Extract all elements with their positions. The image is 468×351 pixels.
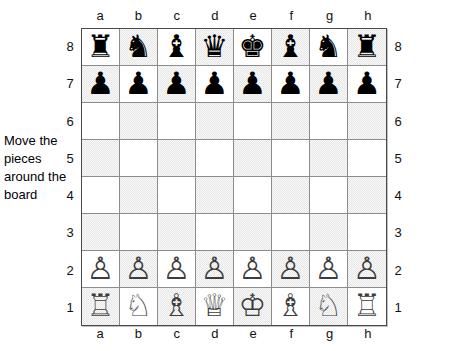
square-e6[interactable] — [234, 103, 272, 140]
piece-black-pawn[interactable]: ♟ — [239, 68, 267, 99]
square-g8[interactable]: ♞ — [310, 29, 348, 66]
square-c1[interactable]: ♗ — [158, 288, 196, 325]
square-c6[interactable] — [158, 103, 196, 140]
square-f3[interactable] — [272, 214, 310, 251]
rank-label-right-3: 3 — [390, 214, 406, 251]
square-g1[interactable]: ♘ — [310, 288, 348, 325]
piece-white-knight[interactable]: ♘ — [125, 290, 153, 321]
piece-white-pawn[interactable]: ♙ — [239, 253, 267, 284]
square-g3[interactable] — [310, 214, 348, 251]
file-label-top-b: b — [119, 8, 157, 23]
square-d5[interactable] — [196, 140, 234, 177]
piece-black-pawn[interactable]: ♟ — [277, 68, 305, 99]
square-g2[interactable]: ♙ — [310, 251, 348, 288]
square-h8[interactable]: ♜ — [348, 29, 386, 66]
piece-white-pawn[interactable]: ♙ — [201, 253, 229, 284]
square-d4[interactable] — [196, 177, 234, 214]
piece-white-bishop[interactable]: ♗ — [163, 290, 191, 321]
rank-label-left-7: 7 — [62, 65, 78, 102]
square-e8[interactable]: ♚ — [234, 29, 272, 66]
file-label-bottom-a: a — [81, 326, 119, 341]
square-c7[interactable]: ♟ — [158, 66, 196, 103]
square-c8[interactable]: ♝ — [158, 29, 196, 66]
square-d2[interactable]: ♙ — [196, 251, 234, 288]
piece-white-rook[interactable]: ♖ — [353, 290, 381, 321]
file-label-bottom-b: b — [119, 326, 157, 341]
square-d7[interactable]: ♟ — [196, 66, 234, 103]
square-c3[interactable] — [158, 214, 196, 251]
square-f8[interactable]: ♝ — [272, 29, 310, 66]
square-e3[interactable] — [234, 214, 272, 251]
rank-labels-right: 87654321 — [390, 28, 406, 326]
chess-board: ♜♞♝♛♚♝♞♜♟♟♟♟♟♟♟♟♙♙♙♙♙♙♙♙♖♘♗♕♔♗♘♖ — [81, 28, 387, 326]
square-h4[interactable] — [348, 177, 386, 214]
square-f2[interactable]: ♙ — [272, 251, 310, 288]
piece-white-rook[interactable]: ♖ — [87, 290, 115, 321]
square-d1[interactable]: ♕ — [196, 288, 234, 325]
piece-black-rook[interactable]: ♜ — [87, 31, 115, 62]
piece-black-knight[interactable]: ♞ — [315, 31, 343, 62]
piece-white-pawn[interactable]: ♙ — [315, 253, 343, 284]
piece-white-knight[interactable]: ♘ — [315, 290, 343, 321]
rank-label-left-3: 3 — [62, 214, 78, 251]
square-e2[interactable]: ♙ — [234, 251, 272, 288]
rank-label-right-2: 2 — [390, 252, 406, 289]
square-g4[interactable] — [310, 177, 348, 214]
rank-label-left-2: 2 — [62, 252, 78, 289]
file-label-bottom-h: h — [349, 326, 387, 341]
piece-black-knight[interactable]: ♞ — [125, 31, 153, 62]
rank-label-right-5: 5 — [390, 140, 406, 177]
square-g5[interactable] — [310, 140, 348, 177]
piece-white-pawn[interactable]: ♙ — [353, 253, 381, 284]
rank-label-left-8: 8 — [62, 28, 78, 65]
piece-white-pawn[interactable]: ♙ — [277, 253, 305, 284]
piece-black-pawn[interactable]: ♟ — [87, 68, 115, 99]
square-f1[interactable]: ♗ — [272, 288, 310, 325]
file-label-top-d: d — [196, 8, 234, 23]
square-h3[interactable] — [348, 214, 386, 251]
file-label-top-a: a — [81, 8, 119, 23]
square-h5[interactable] — [348, 140, 386, 177]
square-c5[interactable] — [158, 140, 196, 177]
file-label-bottom-g: g — [311, 326, 349, 341]
square-a4[interactable] — [82, 177, 120, 214]
rank-label-right-6: 6 — [390, 103, 406, 140]
piece-black-bishop[interactable]: ♝ — [277, 31, 305, 62]
rank-label-left-5: 5 — [62, 140, 78, 177]
piece-white-queen[interactable]: ♕ — [201, 290, 229, 321]
piece-black-pawn[interactable]: ♟ — [163, 68, 191, 99]
square-d3[interactable] — [196, 214, 234, 251]
file-labels-bottom: abcdefgh — [81, 326, 387, 341]
square-b6[interactable] — [120, 103, 158, 140]
rank-label-left-4: 4 — [62, 177, 78, 214]
square-c4[interactable] — [158, 177, 196, 214]
square-e1[interactable]: ♔ — [234, 288, 272, 325]
piece-white-king[interactable]: ♔ — [239, 290, 267, 321]
square-b8[interactable]: ♞ — [120, 29, 158, 66]
square-d6[interactable] — [196, 103, 234, 140]
square-f6[interactable] — [272, 103, 310, 140]
square-h2[interactable]: ♙ — [348, 251, 386, 288]
file-label-top-c: c — [158, 8, 196, 23]
square-a6[interactable] — [82, 103, 120, 140]
square-a7[interactable]: ♟ — [82, 66, 120, 103]
square-a1[interactable]: ♖ — [82, 288, 120, 325]
piece-white-pawn[interactable]: ♙ — [87, 253, 115, 284]
piece-white-bishop[interactable]: ♗ — [277, 290, 305, 321]
square-g7[interactable]: ♟ — [310, 66, 348, 103]
piece-black-rook[interactable]: ♜ — [353, 31, 381, 62]
rank-label-right-7: 7 — [390, 65, 406, 102]
rank-label-left-1: 1 — [62, 289, 78, 326]
square-e5[interactable] — [234, 140, 272, 177]
square-b3[interactable] — [120, 214, 158, 251]
file-label-top-g: g — [311, 8, 349, 23]
square-b7[interactable]: ♟ — [120, 66, 158, 103]
square-e4[interactable] — [234, 177, 272, 214]
rank-label-right-8: 8 — [390, 28, 406, 65]
rank-label-left-6: 6 — [62, 103, 78, 140]
file-label-bottom-d: d — [196, 326, 234, 341]
square-h6[interactable] — [348, 103, 386, 140]
file-label-bottom-c: c — [158, 326, 196, 341]
file-label-bottom-f: f — [272, 326, 310, 341]
piece-black-queen[interactable]: ♛ — [201, 31, 229, 62]
piece-white-pawn[interactable]: ♙ — [125, 253, 153, 284]
piece-black-pawn[interactable]: ♟ — [201, 68, 229, 99]
square-f4[interactable] — [272, 177, 310, 214]
file-label-top-e: e — [234, 8, 272, 23]
piece-black-bishop[interactable]: ♝ — [163, 31, 191, 62]
square-b2[interactable]: ♙ — [120, 251, 158, 288]
square-h7[interactable]: ♟ — [348, 66, 386, 103]
square-a5[interactable] — [82, 140, 120, 177]
square-c2[interactable]: ♙ — [158, 251, 196, 288]
square-f7[interactable]: ♟ — [272, 66, 310, 103]
square-a8[interactable]: ♜ — [82, 29, 120, 66]
file-label-bottom-e: e — [234, 326, 272, 341]
file-labels-top: abcdefgh — [81, 8, 387, 23]
file-label-top-f: f — [272, 8, 310, 23]
square-a3[interactable] — [82, 214, 120, 251]
square-d8[interactable]: ♛ — [196, 29, 234, 66]
rank-label-right-4: 4 — [390, 177, 406, 214]
square-h1[interactable]: ♖ — [348, 288, 386, 325]
square-b1[interactable]: ♘ — [120, 288, 158, 325]
piece-black-pawn[interactable]: ♟ — [315, 68, 343, 99]
piece-black-king[interactable]: ♚ — [239, 31, 267, 62]
square-g6[interactable] — [310, 103, 348, 140]
slide-canvas: Move the pieces around the board abcdefg… — [0, 0, 468, 351]
piece-black-pawn[interactable]: ♟ — [125, 68, 153, 99]
square-a2[interactable]: ♙ — [82, 251, 120, 288]
instruction-text: Move the pieces around the board — [4, 132, 68, 204]
file-label-top-h: h — [349, 8, 387, 23]
square-b4[interactable] — [120, 177, 158, 214]
square-b5[interactable] — [120, 140, 158, 177]
square-f5[interactable] — [272, 140, 310, 177]
piece-black-pawn[interactable]: ♟ — [353, 68, 381, 99]
piece-white-pawn[interactable]: ♙ — [163, 253, 191, 284]
square-e7[interactable]: ♟ — [234, 66, 272, 103]
rank-label-right-1: 1 — [390, 289, 406, 326]
rank-labels-left: 87654321 — [62, 28, 78, 326]
